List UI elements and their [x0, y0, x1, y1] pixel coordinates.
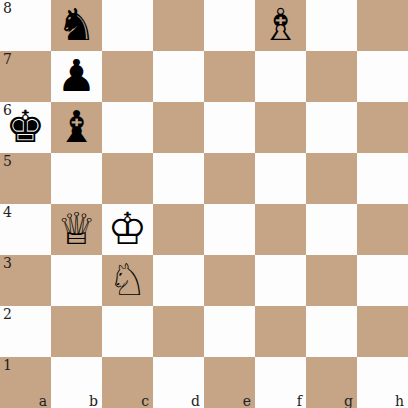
- square-e1[interactable]: e: [204, 357, 255, 408]
- square-b3[interactable]: [51, 255, 102, 306]
- black-pawn-piece[interactable]: ♟: [57, 50, 96, 101]
- square-b1[interactable]: b: [51, 357, 102, 408]
- white-queen-piece[interactable]: ♕: [57, 203, 96, 254]
- file-label-c: c: [141, 393, 149, 408]
- file-label-e: e: [243, 393, 251, 408]
- square-c5[interactable]: [102, 153, 153, 204]
- square-d7[interactable]: [153, 51, 204, 102]
- square-d3[interactable]: [153, 255, 204, 306]
- square-g8[interactable]: [306, 0, 357, 51]
- square-h2[interactable]: [357, 306, 408, 357]
- square-c3[interactable]: ♘: [102, 255, 153, 306]
- square-e7[interactable]: [204, 51, 255, 102]
- square-a2[interactable]: 2: [0, 306, 51, 357]
- chess-board: 8♞♗7♟6♚♝54♕♔3♘21abcdefgh: [0, 0, 408, 408]
- square-b8[interactable]: ♞: [51, 0, 102, 51]
- square-c4[interactable]: ♔: [102, 204, 153, 255]
- square-h6[interactable]: [357, 102, 408, 153]
- square-d1[interactable]: d: [153, 357, 204, 408]
- rank-label-2: 2: [3, 306, 12, 322]
- square-g4[interactable]: [306, 204, 357, 255]
- square-g7[interactable]: [306, 51, 357, 102]
- square-f4[interactable]: [255, 204, 306, 255]
- file-label-d: d: [191, 393, 200, 408]
- white-king-piece[interactable]: ♔: [108, 203, 147, 254]
- square-e2[interactable]: [204, 306, 255, 357]
- square-e5[interactable]: [204, 153, 255, 204]
- square-f7[interactable]: [255, 51, 306, 102]
- rank-label-5: 5: [3, 153, 12, 169]
- square-g3[interactable]: [306, 255, 357, 306]
- square-c7[interactable]: [102, 51, 153, 102]
- square-e3[interactable]: [204, 255, 255, 306]
- square-d5[interactable]: [153, 153, 204, 204]
- square-a7[interactable]: 7: [0, 51, 51, 102]
- square-f3[interactable]: [255, 255, 306, 306]
- square-h3[interactable]: [357, 255, 408, 306]
- square-c6[interactable]: [102, 102, 153, 153]
- square-c2[interactable]: [102, 306, 153, 357]
- square-h5[interactable]: [357, 153, 408, 204]
- square-f2[interactable]: [255, 306, 306, 357]
- file-label-b: b: [89, 393, 98, 408]
- square-g6[interactable]: [306, 102, 357, 153]
- square-h1[interactable]: h: [357, 357, 408, 408]
- square-f8[interactable]: ♗: [255, 0, 306, 51]
- square-a3[interactable]: 3: [0, 255, 51, 306]
- square-b6[interactable]: ♝: [51, 102, 102, 153]
- square-e6[interactable]: [204, 102, 255, 153]
- square-g2[interactable]: [306, 306, 357, 357]
- square-e8[interactable]: [204, 0, 255, 51]
- square-d4[interactable]: [153, 204, 204, 255]
- square-h4[interactable]: [357, 204, 408, 255]
- rank-label-1: 1: [3, 357, 12, 373]
- square-a5[interactable]: 5: [0, 153, 51, 204]
- square-f6[interactable]: [255, 102, 306, 153]
- square-g5[interactable]: [306, 153, 357, 204]
- square-a8[interactable]: 8: [0, 0, 51, 51]
- black-knight-piece[interactable]: ♞: [57, 0, 96, 50]
- square-f1[interactable]: f: [255, 357, 306, 408]
- square-b7[interactable]: ♟: [51, 51, 102, 102]
- square-c1[interactable]: c: [102, 357, 153, 408]
- square-c8[interactable]: [102, 0, 153, 51]
- file-label-f: f: [297, 393, 302, 408]
- square-b5[interactable]: [51, 153, 102, 204]
- black-bishop-piece[interactable]: ♝: [57, 101, 96, 152]
- square-a1[interactable]: 1a: [0, 357, 51, 408]
- square-f5[interactable]: [255, 153, 306, 204]
- square-a6[interactable]: 6♚: [0, 102, 51, 153]
- square-h7[interactable]: [357, 51, 408, 102]
- square-d8[interactable]: [153, 0, 204, 51]
- rank-label-3: 3: [3, 255, 12, 271]
- square-b4[interactable]: ♕: [51, 204, 102, 255]
- square-d6[interactable]: [153, 102, 204, 153]
- rank-label-4: 4: [3, 204, 12, 220]
- square-b2[interactable]: [51, 306, 102, 357]
- file-label-h: h: [395, 393, 404, 408]
- square-e4[interactable]: [204, 204, 255, 255]
- white-bishop-piece[interactable]: ♗: [261, 0, 300, 50]
- rank-label-8: 8: [3, 0, 12, 16]
- square-a4[interactable]: 4: [0, 204, 51, 255]
- rank-label-7: 7: [3, 51, 12, 67]
- white-knight-piece[interactable]: ♘: [108, 254, 147, 305]
- square-d2[interactable]: [153, 306, 204, 357]
- file-label-g: g: [344, 393, 353, 408]
- square-g1[interactable]: g: [306, 357, 357, 408]
- file-label-a: a: [39, 393, 47, 408]
- square-h8[interactable]: [357, 0, 408, 51]
- black-king-piece[interactable]: ♚: [6, 101, 45, 152]
